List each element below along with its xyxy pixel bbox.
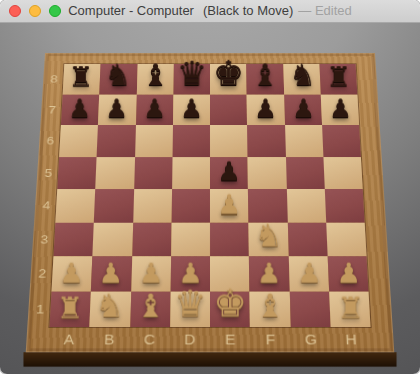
square-d4[interactable] [171,189,210,222]
square-d8[interactable]: ♛ [173,64,210,94]
rank-label-3: 3 [35,222,53,256]
square-b8[interactable]: ♞ [99,64,137,94]
file-label-e: E [210,330,250,349]
square-g3[interactable] [287,222,327,256]
window-title-main: Computer - Computer [68,3,194,18]
square-g5[interactable] [285,157,324,189]
piece-white-rook[interactable]: ♜ [50,292,90,322]
piece-white-pawn[interactable]: ♟ [289,259,329,286]
square-a2[interactable]: ♟ [52,256,93,291]
square-d5[interactable] [172,157,210,189]
square-d3[interactable] [171,222,210,256]
square-e1[interactable]: ♚ [210,291,250,327]
square-e4[interactable]: ♟ [210,189,249,222]
piece-black-bishop[interactable]: ♝ [247,61,284,90]
square-h8[interactable]: ♜ [319,64,357,94]
square-b1[interactable]: ♞ [90,291,131,327]
piece-white-rook[interactable]: ♜ [330,292,370,322]
piece-black-rook[interactable]: ♜ [63,63,100,90]
square-h3[interactable] [326,222,367,256]
square-f5[interactable] [248,157,287,189]
square-f8[interactable]: ♝ [246,64,283,94]
board-squares: ♜♞♝♛♚♝♞♜♟♟♟♟♟♟♟♟♟♞♟♟♟♟♟♟♟♜♞♝♛♚♝♜ [49,64,370,327]
piece-white-pawn[interactable]: ♟ [52,259,92,286]
board-front-edge [23,352,396,367]
piece-black-pawn[interactable]: ♟ [322,95,359,121]
game-area: ♜♞♝♛♚♝♞♜♟♟♟♟♟♟♟♟♟♞♟♟♟♟♟♟♟♜♞♝♛♚♝♜ 8765432… [0,23,420,374]
rank-label-1: 1 [31,291,50,327]
file-label-a: A [48,330,89,349]
square-e3[interactable] [210,222,249,256]
edited-indicator: — Edited [298,3,351,18]
square-f3[interactable]: ♞ [249,222,289,256]
square-h5[interactable] [323,157,363,189]
square-d7[interactable]: ♟ [173,94,210,125]
square-c4[interactable] [133,189,172,222]
square-a6[interactable] [59,125,98,157]
piece-black-knight[interactable]: ♞ [100,61,137,90]
square-e8[interactable]: ♚ [210,64,247,94]
piece-black-pawn[interactable]: ♟ [284,95,321,121]
square-a3[interactable] [53,222,94,256]
rank-label-4: 4 [37,189,55,222]
square-g1[interactable] [289,291,330,327]
square-b7[interactable]: ♟ [98,94,136,125]
piece-white-queen[interactable]: ♛ [170,286,210,322]
piece-black-pawn[interactable]: ♟ [61,95,98,121]
piece-white-knight[interactable]: ♞ [249,220,288,251]
rank-label-5: 5 [39,157,57,189]
chess-board: ♜♞♝♛♚♝♞♜♟♟♟♟♟♟♟♟♟♞♟♟♟♟♟♟♟♜♞♝♛♚♝♜ 8765432… [26,53,395,352]
piece-black-pawn[interactable]: ♟ [210,158,248,184]
piece-black-rook[interactable]: ♜ [320,63,357,90]
square-h1[interactable]: ♜ [329,291,371,327]
piece-black-bishop[interactable]: ♝ [136,61,173,90]
square-g8[interactable]: ♞ [283,64,321,94]
rank-label-8: 8 [45,64,62,94]
piece-white-pawn[interactable]: ♟ [250,259,290,286]
square-b3[interactable] [93,222,133,256]
file-label-g: G [290,330,331,349]
square-h6[interactable] [322,125,361,157]
square-f7[interactable]: ♟ [247,94,285,125]
rank-label-2: 2 [33,256,51,291]
file-label-c: C [129,330,170,349]
square-a1[interactable]: ♜ [49,291,91,327]
square-e5[interactable]: ♟ [210,157,248,189]
square-b6[interactable] [97,125,136,157]
title-bar[interactable]: Computer - Computer(Black to Move)— Edit… [0,0,420,23]
piece-white-pawn[interactable]: ♟ [329,259,369,286]
piece-white-bishop[interactable]: ♝ [250,290,290,322]
square-c6[interactable] [135,125,173,157]
square-c7[interactable]: ♟ [135,94,173,125]
square-e7[interactable] [210,94,247,125]
square-a8[interactable]: ♜ [63,64,101,94]
square-g2[interactable]: ♟ [288,256,329,291]
square-c8[interactable]: ♝ [136,64,173,94]
piece-black-pawn[interactable]: ♟ [173,95,210,121]
square-g7[interactable]: ♟ [284,94,322,125]
piece-white-pawn[interactable]: ♟ [210,191,249,218]
square-h2[interactable]: ♟ [327,256,368,291]
piece-white-pawn[interactable]: ♟ [131,259,171,286]
file-label-h: H [331,330,372,349]
chess-app-window: Computer - Computer(Black to Move)— Edit… [0,0,420,374]
square-d1[interactable]: ♛ [170,291,210,327]
square-h7[interactable]: ♟ [321,94,360,125]
square-a5[interactable] [57,157,97,189]
board-perspective-wrapper: ♜♞♝♛♚♝♞♜♟♟♟♟♟♟♟♟♟♞♟♟♟♟♟♟♟♜♞♝♛♚♝♜ 8765432… [45,53,375,374]
square-b5[interactable] [95,157,134,189]
rank-label-6: 6 [41,125,58,157]
piece-white-knight[interactable]: ♞ [90,290,130,322]
square-e6[interactable] [210,125,248,157]
file-label-d: D [170,330,210,349]
rank-label-7: 7 [43,94,60,125]
square-b4[interactable] [94,189,134,222]
piece-black-pawn[interactable]: ♟ [247,95,284,121]
file-label-b: B [89,330,130,349]
square-c3[interactable] [132,222,172,256]
piece-black-queen[interactable]: ♛ [173,57,210,90]
square-d6[interactable] [172,125,210,157]
piece-white-bishop[interactable]: ♝ [130,290,170,322]
window-title: Computer - Computer(Black to Move)— Edit… [0,0,420,22]
square-c5[interactable] [134,157,173,189]
square-c1[interactable]: ♝ [130,291,171,327]
square-f1[interactable]: ♝ [250,291,291,327]
piece-white-king[interactable]: ♚ [210,285,250,323]
square-g6[interactable] [285,125,324,157]
piece-black-pawn[interactable]: ♟ [136,95,173,121]
piece-black-knight[interactable]: ♞ [284,61,321,90]
turn-status: (Black to Move) [203,3,293,18]
square-f6[interactable] [247,125,285,157]
piece-black-king[interactable]: ♚ [210,56,247,90]
file-label-f: F [250,330,291,349]
piece-white-pawn[interactable]: ♟ [91,259,131,286]
square-a7[interactable]: ♟ [61,94,100,125]
square-g4[interactable] [286,189,326,222]
square-a4[interactable] [55,189,95,222]
piece-black-pawn[interactable]: ♟ [98,95,135,121]
square-h4[interactable] [325,189,365,222]
